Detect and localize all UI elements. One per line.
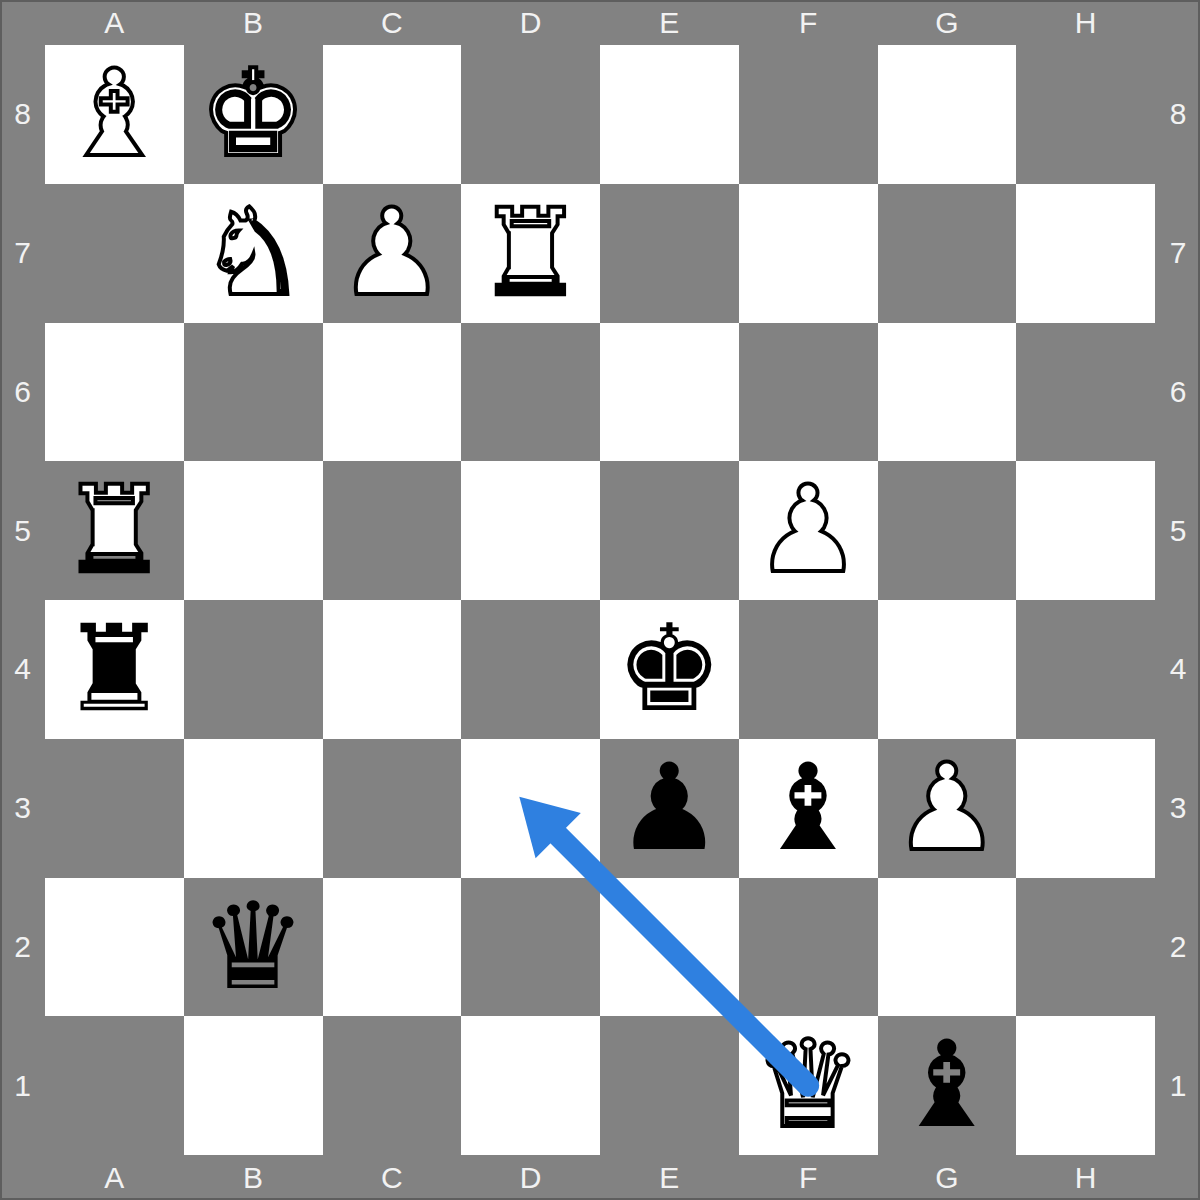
- square-c8[interactable]: [323, 45, 462, 184]
- rank-label-right-6: 6: [1170, 375, 1187, 409]
- piece-white-rook-d7[interactable]: ♜: [477, 184, 585, 323]
- file-label-bottom-h: H: [1075, 1161, 1097, 1195]
- square-a8[interactable]: ♝: [45, 45, 184, 184]
- square-d4[interactable]: [461, 600, 600, 739]
- file-label-bottom-c: C: [381, 1161, 403, 1195]
- square-b3[interactable]: [184, 739, 323, 878]
- square-a4[interactable]: ♜: [45, 600, 184, 739]
- rank-label-left-3: 3: [14, 791, 31, 825]
- square-a5[interactable]: ♜: [45, 461, 184, 600]
- square-f7[interactable]: [739, 184, 878, 323]
- rank-label-left-8: 8: [14, 97, 31, 131]
- square-h4[interactable]: [1016, 600, 1155, 739]
- square-e8[interactable]: [600, 45, 739, 184]
- chessboard-frame: ♝♚♞♟♜♜♟♜♚♟♝♟♛♛♝ AABBCCDDEEFFGGHH88776655…: [0, 0, 1200, 1200]
- square-d6[interactable]: [461, 323, 600, 462]
- square-a1[interactable]: [45, 1016, 184, 1155]
- file-label-bottom-e: E: [659, 1161, 679, 1195]
- square-c2[interactable]: [323, 878, 462, 1017]
- rank-label-left-7: 7: [14, 236, 31, 270]
- square-a3[interactable]: [45, 739, 184, 878]
- rank-label-right-2: 2: [1170, 930, 1187, 964]
- piece-black-pawn-e3[interactable]: ♟: [616, 739, 724, 878]
- square-e3[interactable]: ♟: [600, 739, 739, 878]
- file-label-top-a: A: [104, 6, 124, 40]
- file-label-top-c: C: [381, 6, 403, 40]
- square-b7[interactable]: ♞: [184, 184, 323, 323]
- rank-label-left-1: 1: [14, 1069, 31, 1103]
- square-f5[interactable]: ♟: [739, 461, 878, 600]
- square-g7[interactable]: [878, 184, 1017, 323]
- square-h7[interactable]: [1016, 184, 1155, 323]
- square-e2[interactable]: [600, 878, 739, 1017]
- rank-label-right-8: 8: [1170, 97, 1187, 131]
- square-f1[interactable]: ♛: [739, 1016, 878, 1155]
- square-a7[interactable]: [45, 184, 184, 323]
- square-e1[interactable]: [600, 1016, 739, 1155]
- square-h8[interactable]: [1016, 45, 1155, 184]
- square-e4[interactable]: ♚: [600, 600, 739, 739]
- piece-white-rook-a5[interactable]: ♜: [61, 461, 169, 600]
- square-d7[interactable]: ♜: [461, 184, 600, 323]
- square-h3[interactable]: [1016, 739, 1155, 878]
- piece-black-bishop-g1[interactable]: ♝: [893, 1016, 1001, 1155]
- square-g2[interactable]: [878, 878, 1017, 1017]
- rank-label-left-6: 6: [14, 375, 31, 409]
- square-d5[interactable]: [461, 461, 600, 600]
- piece-white-pawn-g3[interactable]: ♟: [893, 739, 1001, 878]
- file-label-top-g: G: [935, 6, 958, 40]
- file-label-top-d: D: [520, 6, 542, 40]
- square-e7[interactable]: [600, 184, 739, 323]
- square-b1[interactable]: [184, 1016, 323, 1155]
- square-d2[interactable]: [461, 878, 600, 1017]
- square-h6[interactable]: [1016, 323, 1155, 462]
- rank-label-right-4: 4: [1170, 652, 1187, 686]
- piece-white-pawn-c7[interactable]: ♟: [338, 184, 446, 323]
- square-f3[interactable]: ♝: [739, 739, 878, 878]
- file-label-bottom-b: B: [243, 1161, 263, 1195]
- file-label-bottom-g: G: [935, 1161, 958, 1195]
- piece-black-bishop-f3[interactable]: ♝: [754, 739, 862, 878]
- rank-label-right-5: 5: [1170, 514, 1187, 548]
- square-g8[interactable]: [878, 45, 1017, 184]
- square-h2[interactable]: [1016, 878, 1155, 1017]
- square-g1[interactable]: ♝: [878, 1016, 1017, 1155]
- square-d8[interactable]: [461, 45, 600, 184]
- file-label-top-b: B: [243, 6, 263, 40]
- square-f8[interactable]: [739, 45, 878, 184]
- square-d1[interactable]: [461, 1016, 600, 1155]
- square-c3[interactable]: [323, 739, 462, 878]
- square-c4[interactable]: [323, 600, 462, 739]
- square-c5[interactable]: [323, 461, 462, 600]
- square-f4[interactable]: [739, 600, 878, 739]
- file-label-top-e: E: [659, 6, 679, 40]
- piece-black-king-e4[interactable]: ♚: [616, 600, 724, 739]
- rank-label-right-7: 7: [1170, 236, 1187, 270]
- piece-black-queen-b2[interactable]: ♛: [199, 878, 307, 1017]
- square-g3[interactable]: ♟: [878, 739, 1017, 878]
- square-b6[interactable]: [184, 323, 323, 462]
- square-g6[interactable]: [878, 323, 1017, 462]
- square-g5[interactable]: [878, 461, 1017, 600]
- file-label-top-f: F: [799, 6, 817, 40]
- square-b4[interactable]: [184, 600, 323, 739]
- piece-white-bishop-a8[interactable]: ♝: [61, 45, 169, 184]
- piece-white-king-b8[interactable]: ♚: [199, 45, 307, 184]
- rank-label-left-5: 5: [14, 514, 31, 548]
- rank-label-right-3: 3: [1170, 791, 1187, 825]
- square-h5[interactable]: [1016, 461, 1155, 600]
- file-label-top-h: H: [1075, 6, 1097, 40]
- square-d3[interactable]: [461, 739, 600, 878]
- piece-white-pawn-f5[interactable]: ♟: [754, 461, 862, 600]
- square-f2[interactable]: [739, 878, 878, 1017]
- rank-label-left-2: 2: [14, 930, 31, 964]
- rank-label-left-4: 4: [14, 652, 31, 686]
- square-e6[interactable]: [600, 323, 739, 462]
- square-c6[interactable]: [323, 323, 462, 462]
- chess-board: ♝♚♞♟♜♜♟♜♚♟♝♟♛♛♝: [45, 45, 1155, 1155]
- square-c1[interactable]: [323, 1016, 462, 1155]
- square-b5[interactable]: [184, 461, 323, 600]
- square-f6[interactable]: [739, 323, 878, 462]
- square-a6[interactable]: [45, 323, 184, 462]
- rank-label-right-1: 1: [1170, 1069, 1187, 1103]
- file-label-bottom-f: F: [799, 1161, 817, 1195]
- piece-white-queen-f1[interactable]: ♛: [754, 1016, 862, 1155]
- square-c7[interactable]: ♟: [323, 184, 462, 323]
- square-h1[interactable]: [1016, 1016, 1155, 1155]
- piece-white-knight-b7[interactable]: ♞: [199, 184, 307, 323]
- file-label-bottom-d: D: [520, 1161, 542, 1195]
- square-g4[interactable]: [878, 600, 1017, 739]
- square-e5[interactable]: [600, 461, 739, 600]
- piece-black-rook-a4[interactable]: ♜: [61, 600, 169, 739]
- square-a2[interactable]: [45, 878, 184, 1017]
- square-b2[interactable]: ♛: [184, 878, 323, 1017]
- square-b8[interactable]: ♚: [184, 45, 323, 184]
- file-label-bottom-a: A: [104, 1161, 124, 1195]
